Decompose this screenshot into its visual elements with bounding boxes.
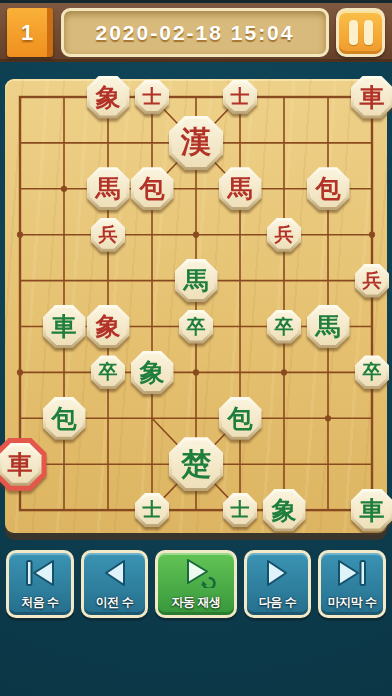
piece-green-soldier[interactable]: 卒 (355, 355, 389, 389)
piece-green-soldier[interactable]: 卒 (267, 310, 301, 344)
pause-icon (339, 11, 382, 54)
piece-red-soldier[interactable]: 兵 (355, 264, 389, 298)
last-move-label: 마지막 수 (328, 594, 377, 611)
last-move-button[interactable]: 마지막 수 (318, 550, 386, 618)
pause-button[interactable] (336, 8, 385, 57)
piece-green-cannon[interactable]: 包 (219, 397, 262, 440)
piece-red-chariot[interactable]: 車 (0, 443, 42, 486)
piece-green-general[interactable]: 楚 (169, 437, 223, 491)
piece-green-chariot[interactable]: 車 (351, 489, 392, 532)
next-move-button[interactable]: 다음 수 (244, 550, 312, 618)
next-icon (259, 558, 295, 588)
piece-green-horse[interactable]: 馬 (307, 305, 350, 348)
piece-green-cannon[interactable]: 包 (43, 397, 86, 440)
piece-green-horse[interactable]: 馬 (175, 259, 218, 302)
autoplay-icon (176, 558, 216, 588)
piece-green-elephant[interactable]: 象 (131, 351, 174, 394)
piece-green-soldier[interactable]: 卒 (91, 355, 125, 389)
piece-red-guard[interactable]: 士 (223, 80, 257, 114)
piece-red-guard[interactable]: 士 (135, 80, 169, 114)
next-move-label: 다음 수 (259, 594, 296, 611)
first-move-label: 처음 수 (21, 594, 58, 611)
piece-green-chariot[interactable]: 車 (43, 305, 86, 348)
piece-red-soldier[interactable]: 兵 (91, 218, 125, 252)
replay-controls: 처음 수 이전 수 자동 재생 (6, 550, 386, 618)
piece-green-elephant[interactable]: 象 (263, 489, 306, 532)
piece-red-chariot[interactable]: 車 (351, 76, 392, 119)
previous-move-label: 이전 수 (96, 594, 133, 611)
first-move-button[interactable]: 처음 수 (6, 550, 74, 618)
piece-red-horse[interactable]: 馬 (219, 167, 262, 210)
piece-red-elephant[interactable]: 象 (87, 76, 130, 119)
piece-green-guard[interactable]: 士 (223, 493, 257, 527)
auto-play-button[interactable]: 자동 재생 (155, 550, 236, 618)
skip-to-end-icon (334, 558, 370, 588)
date-text: 2020-02-18 15:04 (96, 21, 295, 45)
piece-red-cannon[interactable]: 包 (131, 167, 174, 210)
piece-red-horse[interactable]: 馬 (87, 167, 130, 210)
previous-icon (97, 558, 133, 588)
janggi-board: 象士士車漢馬包馬包兵兵馬兵車象卒卒馬卒象卒包包車楚士士象車 (5, 79, 387, 533)
top-bar: 1 2020-02-18 15:04 (0, 0, 392, 62)
move-number-badge: 1 (7, 8, 53, 57)
piece-red-general[interactable]: 漢 (169, 116, 223, 170)
auto-play-label: 자동 재생 (172, 594, 221, 611)
app-background: 1 2020-02-18 15:04 象士士車漢馬包馬包兵兵馬兵車象卒卒馬卒象卒… (0, 0, 392, 696)
skip-to-start-icon (22, 558, 58, 588)
piece-red-elephant[interactable]: 象 (87, 305, 130, 348)
piece-red-cannon[interactable]: 包 (307, 167, 350, 210)
pieces-layer: 象士士車漢馬包馬包兵兵馬兵車象卒卒馬卒象卒包包車楚士士象車 (5, 79, 387, 533)
date-display: 2020-02-18 15:04 (61, 8, 329, 57)
previous-move-button[interactable]: 이전 수 (81, 550, 149, 618)
piece-red-soldier[interactable]: 兵 (267, 218, 301, 252)
piece-green-guard[interactable]: 士 (135, 493, 169, 527)
move-number: 1 (21, 20, 33, 46)
piece-green-soldier[interactable]: 卒 (179, 310, 213, 344)
